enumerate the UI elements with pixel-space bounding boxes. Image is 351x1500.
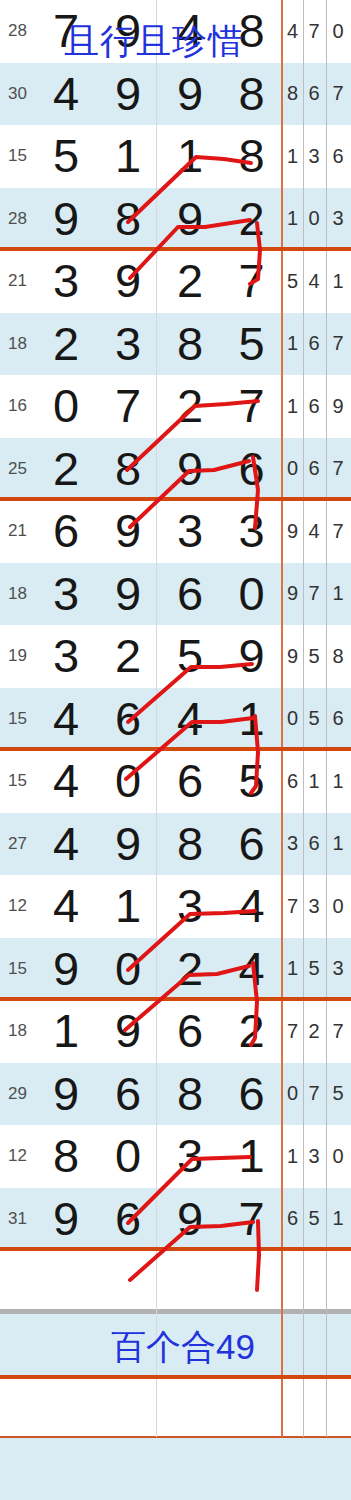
tail-3: 9 [325, 395, 351, 418]
digit-4: 3 [221, 500, 282, 563]
draw-row: 183960971 [0, 563, 351, 626]
sum-value: 27 [0, 834, 35, 854]
digit-3: 5 [159, 625, 221, 688]
digit-2: 8 [97, 188, 159, 251]
tail-1: 0 [282, 1082, 303, 1105]
tail-3: 7 [325, 1020, 351, 1043]
digit-2: 6 [97, 688, 159, 751]
tail-2: 7 [303, 582, 325, 605]
digit-1: 9 [35, 1063, 97, 1126]
tail-1: 3 [282, 832, 303, 855]
bottom-thin-orange-line [0, 1436, 351, 1438]
tail-3: 0 [325, 1145, 351, 1168]
sum-value: 31 [0, 1209, 35, 1229]
bottom-blue-row [0, 1438, 351, 1500]
draw-row: 159024153 [0, 938, 351, 1001]
sum-value: 19 [0, 646, 35, 666]
digit-1: 4 [35, 875, 97, 938]
draw-row: 213927541 [0, 250, 351, 313]
digit-4: 6 [221, 438, 282, 501]
digit-3: 9 [159, 188, 221, 251]
tail-2: 4 [303, 520, 325, 543]
digit-3: 4 [159, 688, 221, 751]
tail-2: 5 [303, 645, 325, 668]
sum-value: 18 [0, 334, 35, 354]
digit-2: 9 [97, 250, 159, 313]
grid-vertical-line-orange [281, 0, 283, 1437]
draw-row: 128031130 [0, 1125, 351, 1188]
grid-vertical-line-mid [156, 0, 157, 1437]
digit-4: 2 [221, 1000, 282, 1063]
tail-2: 7 [303, 1082, 325, 1105]
digit-3: 2 [159, 375, 221, 438]
digit-3: 8 [159, 813, 221, 876]
draw-row: 299686075 [0, 1063, 351, 1126]
digit-1: 9 [35, 1188, 97, 1251]
sum-value: 15 [0, 959, 35, 979]
tail-1: 0 [282, 457, 303, 480]
digit-4: 0 [221, 563, 282, 626]
sum-value: 15 [0, 709, 35, 729]
digit-1: 8 [35, 1125, 97, 1188]
draw-row: 289892103 [0, 188, 351, 251]
digit-3: 6 [159, 750, 221, 813]
group-divider-line [0, 747, 351, 751]
tail-2: 3 [303, 1145, 325, 1168]
digit-3: 8 [159, 313, 221, 376]
digit-4: 4 [221, 875, 282, 938]
draw-row: 304998867 [0, 63, 351, 126]
digit-1: 5 [35, 125, 97, 188]
draw-row: 319697651 [0, 1188, 351, 1251]
tail-2: 3 [303, 895, 325, 918]
digit-4: 4 [221, 938, 282, 1001]
digit-1: 3 [35, 250, 97, 313]
digit-1: 2 [35, 438, 97, 501]
draw-row: 124134730 [0, 875, 351, 938]
tail-2: 6 [303, 332, 325, 355]
digit-1: 9 [35, 938, 97, 1001]
digit-2: 1 [97, 875, 159, 938]
digit-3: 6 [159, 1000, 221, 1063]
digit-4: 5 [221, 313, 282, 376]
tail-3: 1 [325, 270, 351, 293]
digit-4: 5 [221, 750, 282, 813]
digit-2: 9 [97, 500, 159, 563]
tail-2: 0 [303, 207, 325, 230]
digit-3: 9 [159, 63, 221, 126]
digit-4: 1 [221, 1125, 282, 1188]
sum-value: 29 [0, 1084, 35, 1104]
tail-3: 3 [325, 207, 351, 230]
digit-1: 4 [35, 688, 97, 751]
draw-row: 193259958 [0, 625, 351, 688]
tail-3: 7 [325, 457, 351, 480]
tail-1: 9 [282, 520, 303, 543]
digit-3: 2 [159, 938, 221, 1001]
digit-4: 9 [221, 625, 282, 688]
digit-1: 1 [35, 1000, 97, 1063]
digit-3: 3 [159, 1125, 221, 1188]
digit-2: 2 [97, 625, 159, 688]
tail-3: 1 [325, 770, 351, 793]
tail-1: 1 [282, 395, 303, 418]
tail-1: 0 [282, 707, 303, 730]
digit-1: 3 [35, 625, 97, 688]
tail-3: 1 [325, 582, 351, 605]
tail-2: 7 [303, 20, 325, 43]
tail-3: 0 [325, 895, 351, 918]
digit-2: 9 [97, 63, 159, 126]
group-divider-line [0, 997, 351, 1001]
draw-row: 154065611 [0, 750, 351, 813]
tail-3: 1 [325, 1207, 351, 1230]
tail-1: 5 [282, 270, 303, 293]
tail-2: 6 [303, 395, 325, 418]
tail-1: 1 [282, 145, 303, 168]
digit-2: 9 [97, 1000, 159, 1063]
digit-2: 3 [97, 313, 159, 376]
draw-row: 155118136 [0, 125, 351, 188]
digit-3: 3 [159, 500, 221, 563]
tail-3: 0 [325, 20, 351, 43]
sum-value: 28 [0, 21, 35, 41]
tail-1: 6 [282, 1207, 303, 1230]
digit-1: 4 [35, 813, 97, 876]
draw-row: 182385167 [0, 313, 351, 376]
digit-4: 2 [221, 188, 282, 251]
digit-2: 6 [97, 1063, 159, 1126]
tail-1: 6 [282, 770, 303, 793]
tail-2: 5 [303, 1207, 325, 1230]
draw-row: 181962727 [0, 1000, 351, 1063]
digit-2: 9 [97, 563, 159, 626]
digit-4: 7 [221, 250, 282, 313]
digit-4: 8 [221, 125, 282, 188]
draw-row: 160727169 [0, 375, 351, 438]
digit-1: 6 [35, 500, 97, 563]
digit-1: 2 [35, 313, 97, 376]
digit-3: 8 [159, 1063, 221, 1126]
digit-2: 9 [97, 813, 159, 876]
tail-3: 7 [325, 520, 351, 543]
tail-1: 1 [282, 207, 303, 230]
draw-row: 252896067 [0, 438, 351, 501]
digit-3: 3 [159, 875, 221, 938]
draw-row: 216933947 [0, 500, 351, 563]
digit-2: 0 [97, 1125, 159, 1188]
digit-3: 9 [159, 438, 221, 501]
digit-4: 7 [221, 375, 282, 438]
group-divider-line [0, 497, 351, 501]
group-divider-line [0, 1247, 351, 1251]
digit-4: 7 [221, 1188, 282, 1251]
tail-2: 3 [303, 145, 325, 168]
digit-4: 8 [221, 63, 282, 126]
footer-divider-line [0, 1375, 351, 1379]
sum-value: 25 [0, 459, 35, 479]
draw-history-grid: 2879484703049988671551181362898921032139… [0, 0, 351, 1250]
tail-1: 4 [282, 20, 303, 43]
header-caption-text: 且行且珍惜 [64, 23, 244, 58]
tail-3: 7 [325, 332, 351, 355]
sum-value: 15 [0, 771, 35, 791]
group-divider-line [0, 247, 351, 251]
tail-2: 4 [303, 270, 325, 293]
sum-value: 21 [0, 521, 35, 541]
digit-3: 2 [159, 250, 221, 313]
digit-2: 1 [97, 125, 159, 188]
sum-value: 12 [0, 1146, 35, 1166]
digit-3: 9 [159, 1188, 221, 1251]
digit-4: 1 [221, 688, 282, 751]
tail-2: 5 [303, 707, 325, 730]
tail-1: 8 [282, 82, 303, 105]
draw-row: 274986361 [0, 813, 351, 876]
sum-value: 21 [0, 271, 35, 291]
tail-1: 1 [282, 1145, 303, 1168]
lottery-trend-chart-page: { "game": "chinese-lottery-trend-chart (… [0, 0, 351, 1500]
sum-value: 30 [0, 84, 35, 104]
tail-2: 6 [303, 457, 325, 480]
tail-3: 5 [325, 1082, 351, 1105]
sum-value: 15 [0, 146, 35, 166]
sum-value: 18 [0, 584, 35, 604]
tail-1: 1 [282, 957, 303, 980]
digit-1: 9 [35, 188, 97, 251]
tail-3: 3 [325, 957, 351, 980]
tail-2: 2 [303, 1020, 325, 1043]
tail-3: 6 [325, 707, 351, 730]
tail-2: 1 [303, 770, 325, 793]
tail-3: 6 [325, 145, 351, 168]
digit-3: 1 [159, 125, 221, 188]
digit-1: 0 [35, 375, 97, 438]
grid-vertical-line-tail-1 [303, 0, 304, 1437]
digit-2: 8 [97, 438, 159, 501]
digit-2: 6 [97, 1188, 159, 1251]
tail-3: 7 [325, 82, 351, 105]
bottom-gray-bar [0, 1309, 351, 1314]
sum-value: 12 [0, 896, 35, 916]
digit-4: 6 [221, 1063, 282, 1126]
tail-1: 1 [282, 332, 303, 355]
tail-3: 1 [325, 832, 351, 855]
digit-1: 3 [35, 563, 97, 626]
digit-1: 4 [35, 63, 97, 126]
digit-2: 0 [97, 938, 159, 1001]
tail-1: 9 [282, 582, 303, 605]
sum-value: 16 [0, 396, 35, 416]
tail-2: 5 [303, 957, 325, 980]
digit-2: 0 [97, 750, 159, 813]
sum-value: 28 [0, 209, 35, 229]
sum-value: 18 [0, 1021, 35, 1041]
digit-1: 4 [35, 750, 97, 813]
grid-vertical-line-tail-2 [326, 0, 327, 1437]
footer-caption-text: 百个合49 [111, 1329, 255, 1364]
draw-row: 154641056 [0, 688, 351, 751]
digit-3: 6 [159, 563, 221, 626]
digit-2: 7 [97, 375, 159, 438]
tail-3: 8 [325, 645, 351, 668]
tail-1: 9 [282, 645, 303, 668]
digit-4: 6 [221, 813, 282, 876]
tail-2: 6 [303, 832, 325, 855]
tail-2: 6 [303, 82, 325, 105]
tail-1: 7 [282, 1020, 303, 1043]
tail-1: 7 [282, 895, 303, 918]
